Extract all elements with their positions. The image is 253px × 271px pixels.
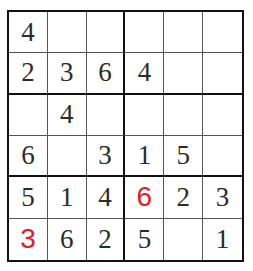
cell-r6c1[interactable]: 3 — [9, 219, 48, 260]
cell-r5c1[interactable]: 5 — [9, 177, 48, 218]
cell-r1c1[interactable]: 4 — [9, 12, 48, 53]
cell-r2c5[interactable] — [164, 53, 203, 94]
cell-r2c2[interactable]: 3 — [48, 53, 87, 94]
cell-r6c4[interactable]: 5 — [125, 219, 164, 260]
cell-r6c6[interactable]: 1 — [203, 219, 242, 260]
cell-r3c2[interactable]: 4 — [48, 95, 87, 136]
cell-r2c4[interactable]: 4 — [125, 53, 164, 94]
cell-r4c3[interactable]: 3 — [87, 136, 126, 177]
cell-r5c3[interactable]: 4 — [87, 177, 126, 218]
cell-r2c1[interactable]: 2 — [9, 53, 48, 94]
cell-r1c3[interactable] — [87, 12, 126, 53]
cell-r4c1[interactable]: 6 — [9, 136, 48, 177]
cell-r2c3[interactable]: 6 — [87, 53, 126, 94]
cell-r4c4[interactable]: 1 — [125, 136, 164, 177]
cell-r1c2[interactable] — [48, 12, 87, 53]
sudoku-board: 423644631551462336251 — [7, 10, 244, 262]
cell-r3c5[interactable] — [164, 95, 203, 136]
cell-r6c5[interactable] — [164, 219, 203, 260]
cell-r2c6[interactable] — [203, 53, 242, 94]
cell-r5c2[interactable]: 1 — [48, 177, 87, 218]
cell-r5c4[interactable]: 6 — [125, 177, 164, 218]
cell-r3c1[interactable] — [9, 95, 48, 136]
cell-r5c5[interactable]: 2 — [164, 177, 203, 218]
cell-r3c3[interactable] — [87, 95, 126, 136]
cell-r1c5[interactable] — [164, 12, 203, 53]
cell-r4c5[interactable]: 5 — [164, 136, 203, 177]
cell-r4c2[interactable] — [48, 136, 87, 177]
cell-r6c3[interactable]: 2 — [87, 219, 126, 260]
cell-r1c4[interactable] — [125, 12, 164, 53]
cell-r3c4[interactable] — [125, 95, 164, 136]
cell-r6c2[interactable]: 6 — [48, 219, 87, 260]
cell-r5c6[interactable]: 3 — [203, 177, 242, 218]
cell-r4c6[interactable] — [203, 136, 242, 177]
cell-r1c6[interactable] — [203, 12, 242, 53]
cell-r3c6[interactable] — [203, 95, 242, 136]
